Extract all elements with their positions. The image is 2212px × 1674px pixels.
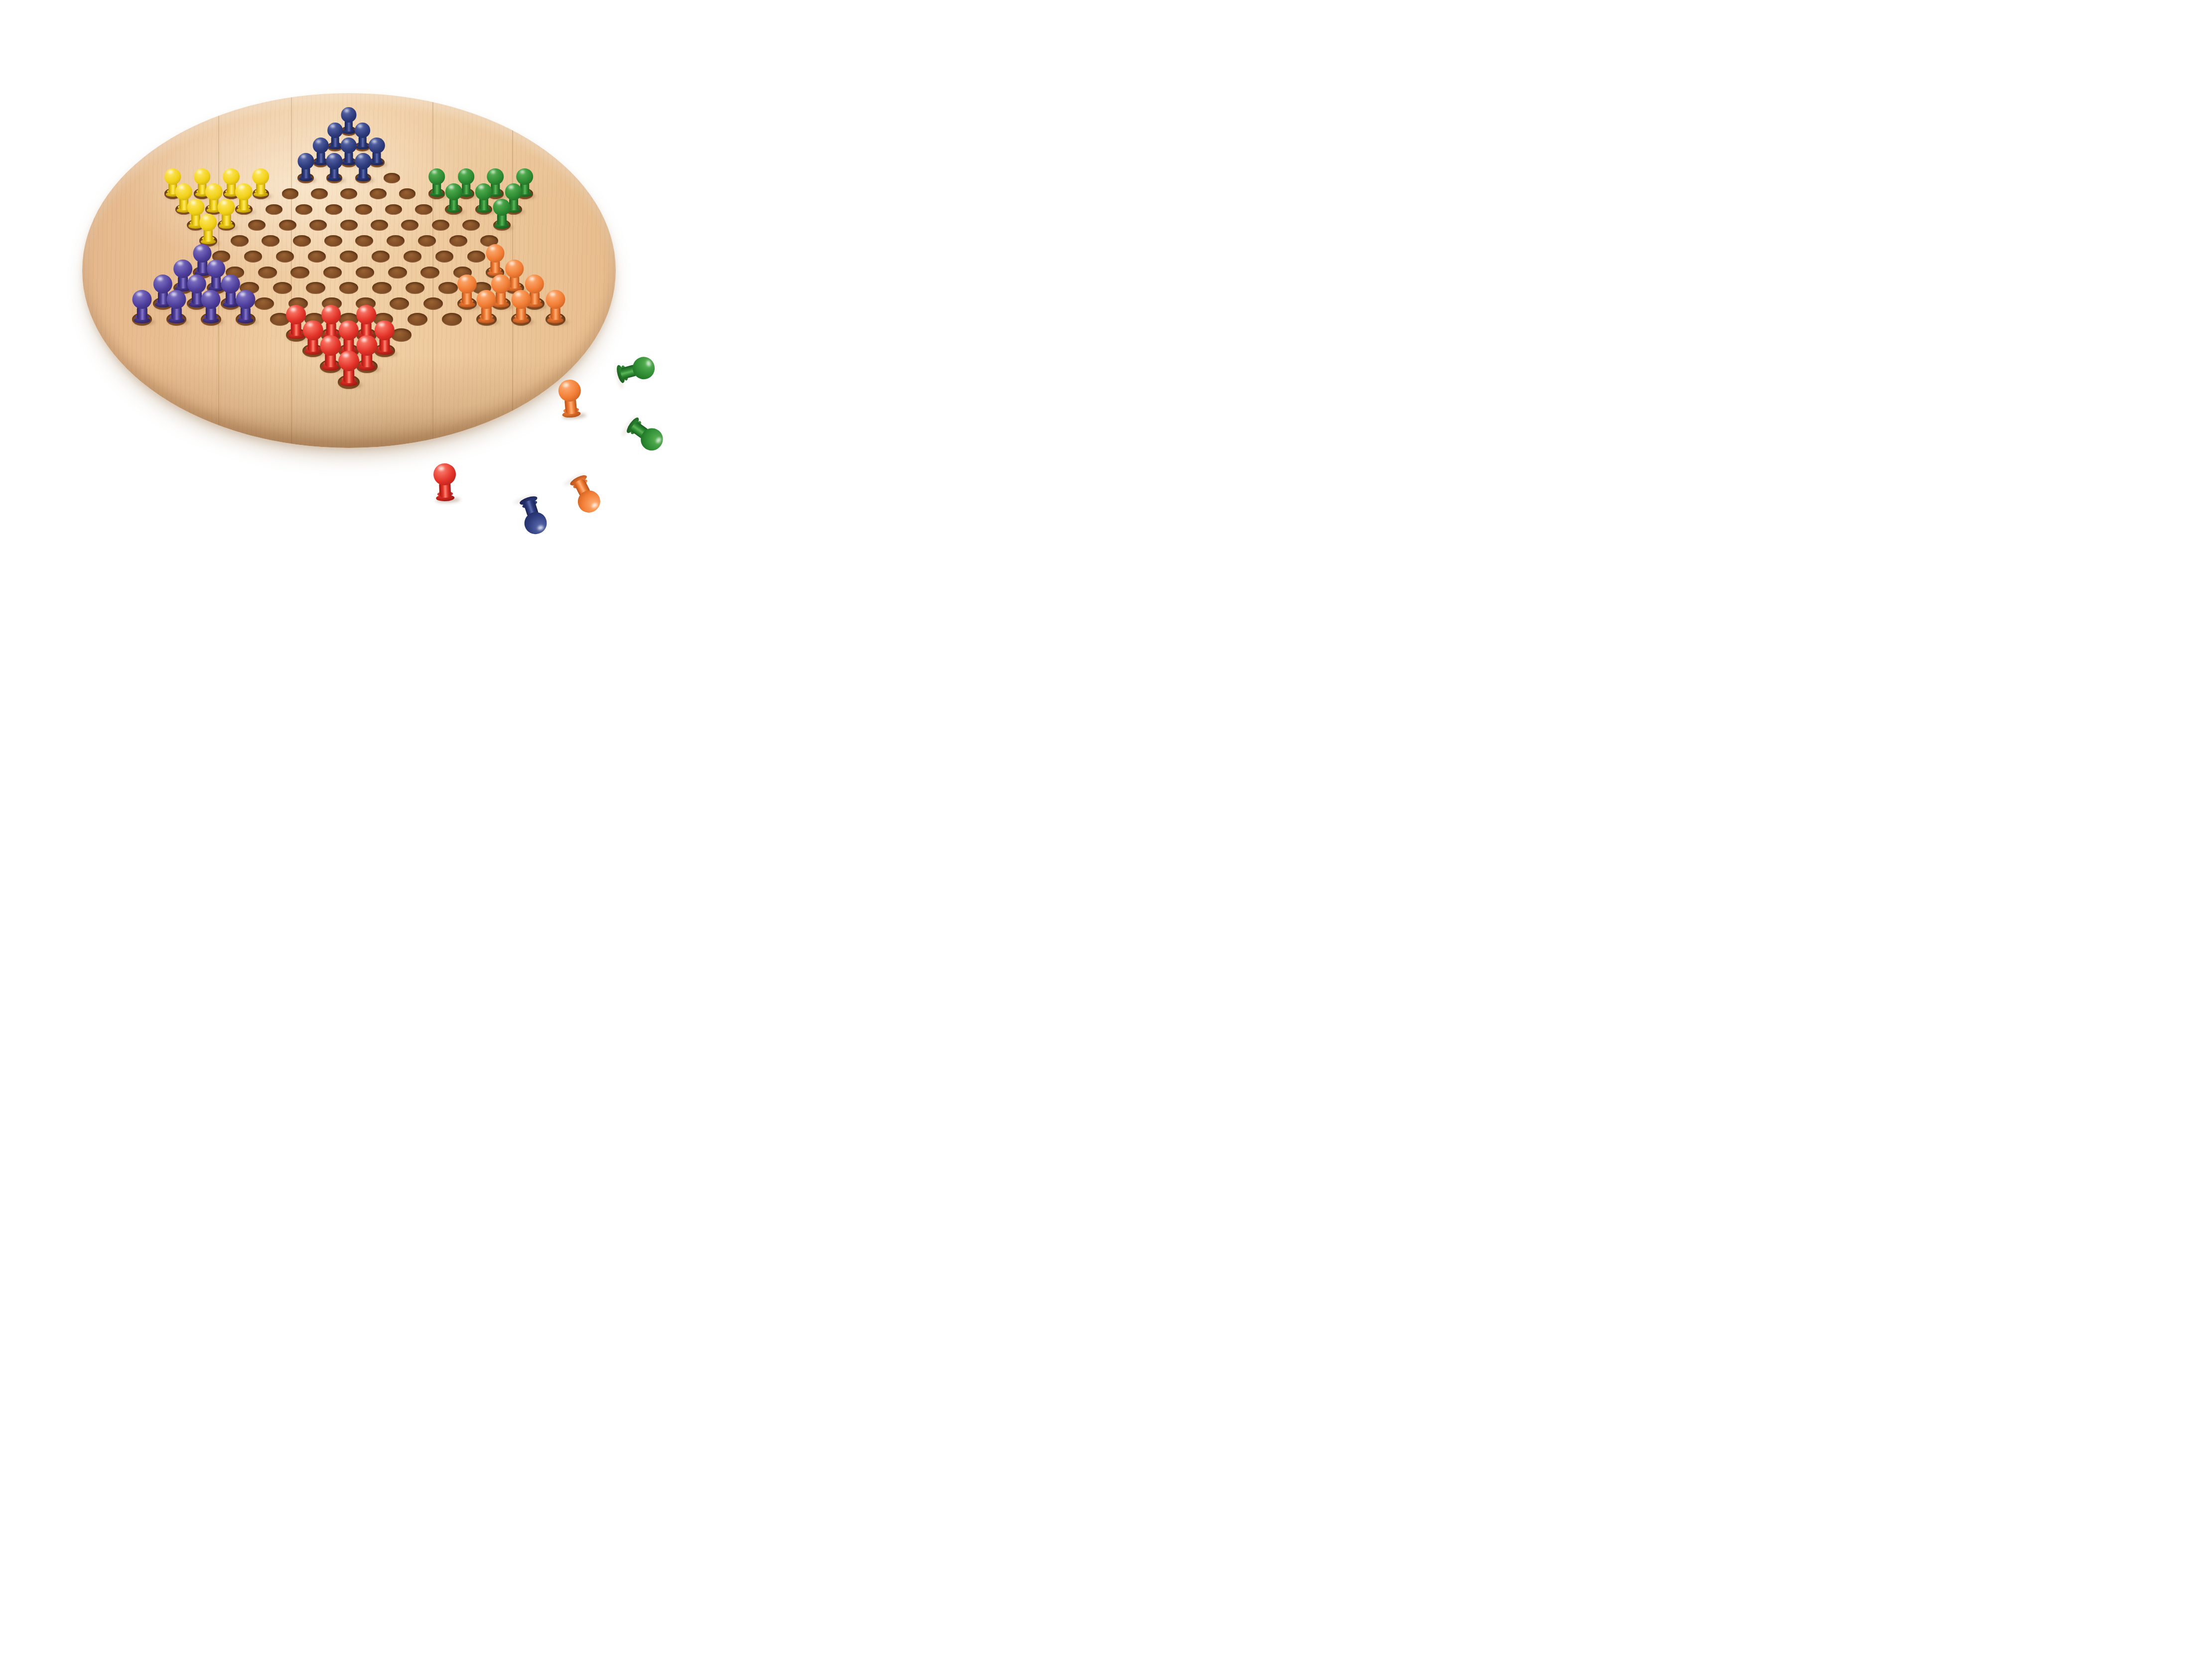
peg-head (433, 463, 456, 485)
board-hole[interactable] (370, 188, 386, 199)
board-hole[interactable] (255, 297, 274, 310)
peg-head (355, 123, 371, 138)
board-hole[interactable] (401, 220, 418, 231)
peg-head (205, 183, 222, 200)
board-hole[interactable] (442, 313, 462, 326)
board-hole[interactable] (340, 251, 358, 263)
peg-head (327, 123, 343, 138)
board-hole[interactable] (418, 235, 436, 247)
board-hole[interactable] (258, 267, 277, 279)
green-peg-loose[interactable] (622, 413, 668, 456)
board-hole[interactable] (420, 267, 439, 279)
board-hole[interactable] (276, 251, 294, 263)
photo-background (0, 0, 737, 558)
board-hole[interactable] (306, 282, 325, 294)
peg-head (236, 290, 255, 309)
peg-head (297, 153, 314, 169)
board-hole[interactable] (372, 251, 390, 263)
yellow-peg[interactable] (198, 214, 219, 245)
peg-head (194, 168, 211, 185)
board-hole[interactable] (404, 251, 422, 263)
yellow-peg[interactable] (251, 168, 270, 197)
board-hole[interactable] (282, 188, 298, 199)
blue-peg-loose[interactable] (515, 493, 551, 538)
peg-head (493, 199, 511, 216)
board-hole[interactable] (290, 267, 309, 279)
board-hole[interactable] (408, 313, 427, 326)
board-hole[interactable] (273, 282, 292, 294)
green-peg-loose[interactable] (614, 353, 657, 387)
board-hole[interactable] (308, 251, 326, 263)
blue-peg[interactable] (354, 153, 373, 181)
peg-head (486, 244, 504, 263)
peg-head (487, 168, 504, 185)
peg-head (457, 275, 476, 293)
peg-head (199, 214, 217, 231)
peg-head (511, 290, 531, 309)
board-hole[interactable] (355, 204, 372, 215)
board-hole[interactable] (399, 188, 415, 199)
board-hole[interactable] (390, 297, 409, 310)
orange-peg-loose[interactable] (556, 379, 584, 419)
orange-peg[interactable] (485, 244, 506, 276)
board-hole[interactable] (385, 204, 402, 215)
board-hole[interactable] (340, 188, 357, 199)
board-hole[interactable] (438, 282, 458, 294)
yellow-peg[interactable] (216, 199, 236, 229)
board-hole[interactable] (406, 282, 425, 294)
board-hole[interactable] (266, 204, 282, 215)
peg-head (355, 153, 371, 169)
board-hole[interactable] (388, 267, 407, 279)
peg-head (175, 183, 192, 200)
board-hole[interactable] (324, 235, 342, 247)
green-peg[interactable] (474, 183, 493, 213)
peg-head (235, 183, 252, 200)
peg-head (326, 153, 343, 169)
board-hole[interactable] (311, 188, 327, 199)
orange-peg[interactable] (475, 290, 497, 324)
purple-peg[interactable] (165, 290, 187, 324)
peg-head (428, 168, 445, 185)
purple-peg[interactable] (200, 290, 222, 324)
board-hole[interactable] (244, 251, 263, 263)
board-hole[interactable] (340, 220, 358, 231)
board-hole[interactable] (435, 251, 454, 263)
purple-peg[interactable] (235, 290, 257, 324)
peg-head (475, 183, 492, 200)
board-hole[interactable] (339, 282, 359, 294)
board-hole[interactable] (279, 220, 296, 231)
green-peg[interactable] (444, 183, 463, 213)
peg-head (445, 183, 462, 200)
board-hole[interactable] (387, 235, 405, 247)
peg-head (313, 138, 329, 153)
board-hole[interactable] (309, 220, 327, 231)
board-hole[interactable] (449, 235, 467, 247)
red-peg[interactable] (337, 351, 360, 387)
peg-head (557, 379, 581, 402)
peg-head (338, 351, 359, 371)
blue-peg[interactable] (296, 153, 315, 181)
peg-head (223, 168, 240, 185)
peg-head (458, 168, 475, 185)
peg-head (167, 290, 186, 309)
pieces-layer (0, 0, 737, 558)
peg-head (369, 138, 385, 153)
board-hole[interactable] (356, 267, 375, 279)
peg-head (252, 168, 269, 185)
board-hole[interactable] (323, 267, 342, 279)
board-hole[interactable] (248, 220, 266, 231)
peg-head (201, 290, 221, 309)
peg-head (164, 168, 181, 185)
board-hole[interactable] (355, 235, 373, 247)
orange-peg[interactable] (545, 290, 566, 324)
peg-head (522, 509, 550, 537)
peg-head (341, 138, 357, 153)
board-hole[interactable] (372, 282, 392, 294)
orange-peg-loose[interactable] (565, 471, 605, 517)
board-hole[interactable] (262, 235, 279, 247)
board-hole[interactable] (384, 173, 400, 183)
peg-head (505, 183, 522, 200)
green-peg[interactable] (492, 199, 512, 229)
peg-head (546, 290, 565, 309)
peg-head (133, 290, 152, 309)
peg-head (341, 107, 357, 123)
board-hole[interactable] (293, 235, 311, 247)
peg-head (187, 199, 204, 216)
red-peg-loose[interactable] (431, 463, 458, 502)
board-hole[interactable] (231, 235, 249, 247)
peg-head (477, 290, 496, 309)
yellow-peg[interactable] (234, 183, 254, 213)
board-hole[interactable] (467, 251, 486, 263)
purple-peg[interactable] (131, 290, 153, 324)
orange-peg[interactable] (510, 290, 532, 324)
peg-head (218, 199, 235, 216)
board-hole[interactable] (371, 220, 388, 231)
board-hole[interactable] (423, 297, 443, 310)
orange-peg[interactable] (456, 275, 478, 307)
board-hole[interactable] (415, 204, 432, 215)
peg-head (516, 168, 533, 185)
board-hole[interactable] (325, 204, 342, 215)
blue-peg[interactable] (325, 153, 344, 181)
peg-head (630, 354, 657, 381)
board-hole[interactable] (432, 220, 449, 231)
board-hole[interactable] (462, 220, 480, 231)
board-hole[interactable] (295, 204, 312, 215)
